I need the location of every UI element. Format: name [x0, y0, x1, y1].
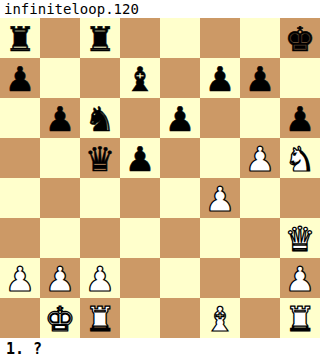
- piece-black-pawn[interactable]: ♟: [280, 98, 320, 138]
- square-c4[interactable]: [80, 178, 120, 218]
- square-c5[interactable]: ♛: [80, 138, 120, 178]
- square-c3[interactable]: [80, 218, 120, 258]
- square-a3[interactable]: [0, 218, 40, 258]
- square-g3[interactable]: [240, 218, 280, 258]
- square-f5[interactable]: [200, 138, 240, 178]
- square-e7[interactable]: [160, 58, 200, 98]
- square-b1[interactable]: ♚: [40, 298, 80, 338]
- square-f6[interactable]: [200, 98, 240, 138]
- square-c1[interactable]: ♜: [80, 298, 120, 338]
- piece-white-pawn[interactable]: ♟: [0, 258, 40, 298]
- game-title: infiniteloop.120: [0, 0, 320, 18]
- piece-white-pawn[interactable]: ♟: [80, 258, 120, 298]
- square-e2[interactable]: [160, 258, 200, 298]
- square-f3[interactable]: [200, 218, 240, 258]
- square-g2[interactable]: [240, 258, 280, 298]
- piece-white-queen[interactable]: ♛: [280, 218, 320, 258]
- square-g7[interactable]: ♟: [240, 58, 280, 98]
- piece-black-bishop[interactable]: ♝: [120, 58, 160, 98]
- square-a1[interactable]: [0, 298, 40, 338]
- square-b2[interactable]: ♟: [40, 258, 80, 298]
- square-f4[interactable]: ♟: [200, 178, 240, 218]
- square-d8[interactable]: [120, 18, 160, 58]
- square-g4[interactable]: [240, 178, 280, 218]
- square-e8[interactable]: [160, 18, 200, 58]
- square-h7[interactable]: [280, 58, 320, 98]
- square-d3[interactable]: [120, 218, 160, 258]
- piece-white-pawn[interactable]: ♟: [200, 178, 240, 218]
- square-f7[interactable]: ♟: [200, 58, 240, 98]
- square-g1[interactable]: [240, 298, 280, 338]
- square-b6[interactable]: ♟: [40, 98, 80, 138]
- square-b7[interactable]: [40, 58, 80, 98]
- piece-white-knight[interactable]: ♞: [280, 138, 320, 178]
- square-c6[interactable]: ♞: [80, 98, 120, 138]
- square-d6[interactable]: [120, 98, 160, 138]
- piece-black-pawn[interactable]: ♟: [200, 58, 240, 98]
- square-g8[interactable]: [240, 18, 280, 58]
- square-b8[interactable]: [40, 18, 80, 58]
- square-h4[interactable]: [280, 178, 320, 218]
- square-a2[interactable]: ♟: [0, 258, 40, 298]
- square-a6[interactable]: [0, 98, 40, 138]
- piece-black-queen[interactable]: ♛: [80, 138, 120, 178]
- square-h3[interactable]: ♛: [280, 218, 320, 258]
- square-h1[interactable]: ♜: [280, 298, 320, 338]
- square-e6[interactable]: ♟: [160, 98, 200, 138]
- piece-black-rook[interactable]: ♜: [0, 18, 40, 58]
- piece-white-pawn[interactable]: ♟: [40, 258, 80, 298]
- square-e5[interactable]: [160, 138, 200, 178]
- square-f2[interactable]: [200, 258, 240, 298]
- square-e4[interactable]: [160, 178, 200, 218]
- square-d2[interactable]: [120, 258, 160, 298]
- piece-black-pawn[interactable]: ♟: [40, 98, 80, 138]
- square-g6[interactable]: [240, 98, 280, 138]
- piece-black-pawn[interactable]: ♟: [0, 58, 40, 98]
- square-d7[interactable]: ♝: [120, 58, 160, 98]
- piece-black-knight[interactable]: ♞: [80, 98, 120, 138]
- piece-white-rook[interactable]: ♜: [80, 298, 120, 338]
- square-h8[interactable]: ♚: [280, 18, 320, 58]
- square-h6[interactable]: ♟: [280, 98, 320, 138]
- square-b5[interactable]: [40, 138, 80, 178]
- square-f1[interactable]: ♝: [200, 298, 240, 338]
- piece-black-king[interactable]: ♚: [280, 18, 320, 58]
- square-a7[interactable]: ♟: [0, 58, 40, 98]
- square-e1[interactable]: [160, 298, 200, 338]
- piece-black-pawn[interactable]: ♟: [160, 98, 200, 138]
- square-a8[interactable]: ♜: [0, 18, 40, 58]
- move-prompt: 1. ?: [0, 338, 320, 360]
- square-b4[interactable]: [40, 178, 80, 218]
- square-d4[interactable]: [120, 178, 160, 218]
- piece-white-pawn[interactable]: ♟: [280, 258, 320, 298]
- piece-white-bishop[interactable]: ♝: [200, 298, 240, 338]
- chess-board: ♜♜♚♟♝♟♟♟♞♟♟♛♟♟♞♟♛♟♟♟♟♚♜♝♜: [0, 18, 320, 338]
- square-f8[interactable]: [200, 18, 240, 58]
- square-d1[interactable]: [120, 298, 160, 338]
- piece-white-rook[interactable]: ♜: [280, 298, 320, 338]
- square-c2[interactable]: ♟: [80, 258, 120, 298]
- square-c7[interactable]: [80, 58, 120, 98]
- square-h2[interactable]: ♟: [280, 258, 320, 298]
- square-d5[interactable]: ♟: [120, 138, 160, 178]
- piece-black-rook[interactable]: ♜: [80, 18, 120, 58]
- piece-black-pawn[interactable]: ♟: [120, 138, 160, 178]
- piece-white-king[interactable]: ♚: [40, 298, 80, 338]
- square-a5[interactable]: [0, 138, 40, 178]
- chess-app-window: infiniteloop.120 ♜♜♚♟♝♟♟♟♞♟♟♛♟♟♞♟♛♟♟♟♟♚♜…: [0, 0, 320, 360]
- square-c8[interactable]: ♜: [80, 18, 120, 58]
- square-b3[interactable]: [40, 218, 80, 258]
- piece-black-pawn[interactable]: ♟: [240, 58, 280, 98]
- square-h5[interactable]: ♞: [280, 138, 320, 178]
- square-a4[interactable]: [0, 178, 40, 218]
- square-e3[interactable]: [160, 218, 200, 258]
- piece-white-pawn[interactable]: ♟: [240, 138, 280, 178]
- square-g5[interactable]: ♟: [240, 138, 280, 178]
